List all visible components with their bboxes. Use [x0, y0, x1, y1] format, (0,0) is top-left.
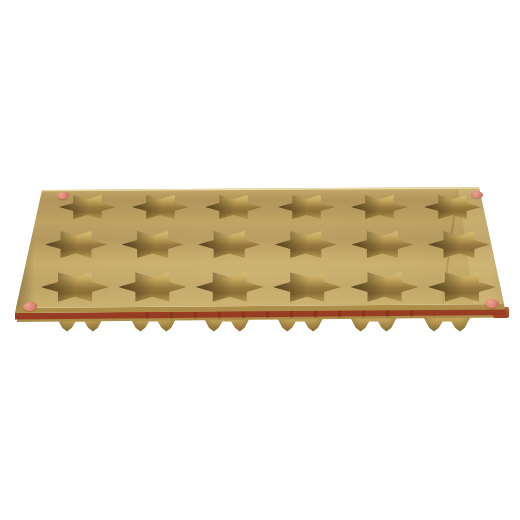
star-cavity — [41, 270, 109, 304]
star-cavity — [118, 270, 186, 304]
star-cavity — [45, 229, 107, 260]
top-edge-highlight — [42, 187, 479, 191]
star-cavity — [351, 193, 408, 221]
star-cavity — [198, 229, 260, 260]
photo-canvas — [0, 0, 520, 520]
cavity-row-middle — [45, 229, 490, 260]
star-cavity — [424, 193, 481, 221]
star-cavity — [273, 270, 341, 304]
star-cavity — [278, 193, 335, 221]
star-cavity — [205, 193, 262, 221]
star-cavity — [122, 229, 184, 260]
star-mold — [15, 186, 511, 336]
star-cavity — [428, 229, 490, 260]
cavity-row-front — [41, 270, 496, 304]
star-cavity — [275, 229, 337, 260]
star-cavity — [196, 270, 264, 304]
cavity-row-back — [59, 193, 481, 221]
star-cavity — [351, 229, 413, 260]
star-cavity — [132, 193, 189, 221]
star-cavity — [351, 270, 419, 304]
star-cavity — [428, 270, 496, 304]
